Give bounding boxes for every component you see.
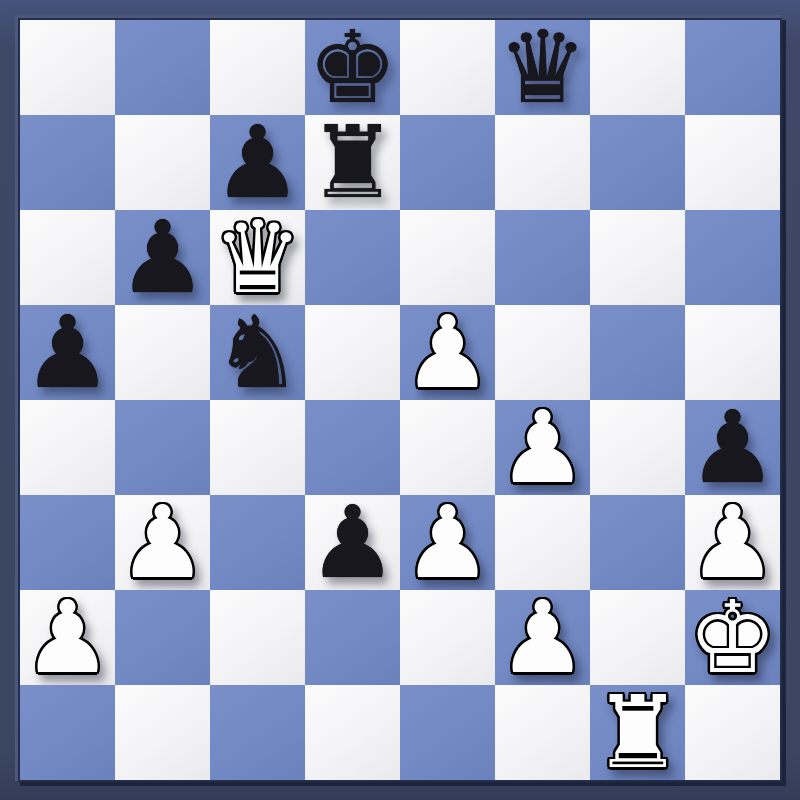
square-h5[interactable] [685, 305, 780, 400]
square-e6[interactable] [400, 210, 495, 305]
square-d8[interactable]: ♚ [305, 20, 400, 115]
square-b8[interactable] [115, 20, 210, 115]
square-f4[interactable]: ♟ [495, 400, 590, 495]
square-b6[interactable]: ♟ [115, 210, 210, 305]
square-d2[interactable] [305, 590, 400, 685]
square-e4[interactable] [400, 400, 495, 495]
white-pawn[interactable]: ♟ [495, 590, 590, 685]
square-c7[interactable]: ♟ [210, 115, 305, 210]
square-a5[interactable]: ♟ [20, 305, 115, 400]
square-g6[interactable] [590, 210, 685, 305]
square-g3[interactable] [590, 495, 685, 590]
black-king[interactable]: ♚ [305, 20, 400, 115]
square-f3[interactable] [495, 495, 590, 590]
black-pawn[interactable]: ♟ [685, 400, 780, 495]
square-h4[interactable]: ♟ [685, 400, 780, 495]
square-e8[interactable] [400, 20, 495, 115]
square-b1[interactable] [115, 685, 210, 780]
square-b4[interactable] [115, 400, 210, 495]
square-a2[interactable]: ♟ [20, 590, 115, 685]
black-rook[interactable]: ♜ [305, 115, 400, 210]
square-h7[interactable] [685, 115, 780, 210]
square-c3[interactable] [210, 495, 305, 590]
square-a3[interactable] [20, 495, 115, 590]
square-d7[interactable]: ♜ [305, 115, 400, 210]
black-pawn[interactable]: ♟ [210, 115, 305, 210]
square-d3[interactable]: ♟ [305, 495, 400, 590]
square-c6[interactable]: ♛ [210, 210, 305, 305]
white-pawn[interactable]: ♟ [685, 495, 780, 590]
square-h2[interactable]: ♚ [685, 590, 780, 685]
square-f6[interactable] [495, 210, 590, 305]
black-pawn[interactable]: ♟ [20, 305, 115, 400]
square-g8[interactable] [590, 20, 685, 115]
square-h1[interactable] [685, 685, 780, 780]
square-g2[interactable] [590, 590, 685, 685]
square-g7[interactable] [590, 115, 685, 210]
square-c2[interactable] [210, 590, 305, 685]
square-e2[interactable] [400, 590, 495, 685]
square-c1[interactable] [210, 685, 305, 780]
square-f5[interactable] [495, 305, 590, 400]
square-f2[interactable]: ♟ [495, 590, 590, 685]
square-a1[interactable] [20, 685, 115, 780]
square-f8[interactable]: ♛ [495, 20, 590, 115]
white-pawn[interactable]: ♟ [400, 495, 495, 590]
square-c8[interactable] [210, 20, 305, 115]
chess-board: ♚♛♟♜♟♛♟♞♟♟♟♟♟♟♟♟♟♚♜ [20, 20, 780, 780]
white-pawn[interactable]: ♟ [495, 400, 590, 495]
white-pawn[interactable]: ♟ [20, 590, 115, 685]
square-a4[interactable] [20, 400, 115, 495]
square-f7[interactable] [495, 115, 590, 210]
square-e5[interactable]: ♟ [400, 305, 495, 400]
square-d1[interactable] [305, 685, 400, 780]
black-pawn[interactable]: ♟ [305, 495, 400, 590]
square-a7[interactable] [20, 115, 115, 210]
white-queen[interactable]: ♛ [210, 210, 305, 305]
square-c5[interactable]: ♞ [210, 305, 305, 400]
square-d5[interactable] [305, 305, 400, 400]
white-king[interactable]: ♚ [685, 590, 780, 685]
black-knight[interactable]: ♞ [210, 305, 305, 400]
square-c4[interactable] [210, 400, 305, 495]
square-e1[interactable] [400, 685, 495, 780]
square-a6[interactable] [20, 210, 115, 305]
black-pawn[interactable]: ♟ [115, 210, 210, 305]
white-pawn[interactable]: ♟ [400, 305, 495, 400]
square-b2[interactable] [115, 590, 210, 685]
square-b3[interactable]: ♟ [115, 495, 210, 590]
square-a8[interactable] [20, 20, 115, 115]
board-frame: ♚♛♟♜♟♛♟♞♟♟♟♟♟♟♟♟♟♚♜ [0, 0, 800, 800]
square-d4[interactable] [305, 400, 400, 495]
square-f1[interactable] [495, 685, 590, 780]
square-g1[interactable]: ♜ [590, 685, 685, 780]
black-queen[interactable]: ♛ [495, 20, 590, 115]
square-e3[interactable]: ♟ [400, 495, 495, 590]
square-g5[interactable] [590, 305, 685, 400]
square-d6[interactable] [305, 210, 400, 305]
square-b5[interactable] [115, 305, 210, 400]
white-pawn[interactable]: ♟ [115, 495, 210, 590]
square-g4[interactable] [590, 400, 685, 495]
square-e7[interactable] [400, 115, 495, 210]
white-rook[interactable]: ♜ [590, 685, 685, 780]
square-h6[interactable] [685, 210, 780, 305]
square-h3[interactable]: ♟ [685, 495, 780, 590]
square-b7[interactable] [115, 115, 210, 210]
square-h8[interactable] [685, 20, 780, 115]
